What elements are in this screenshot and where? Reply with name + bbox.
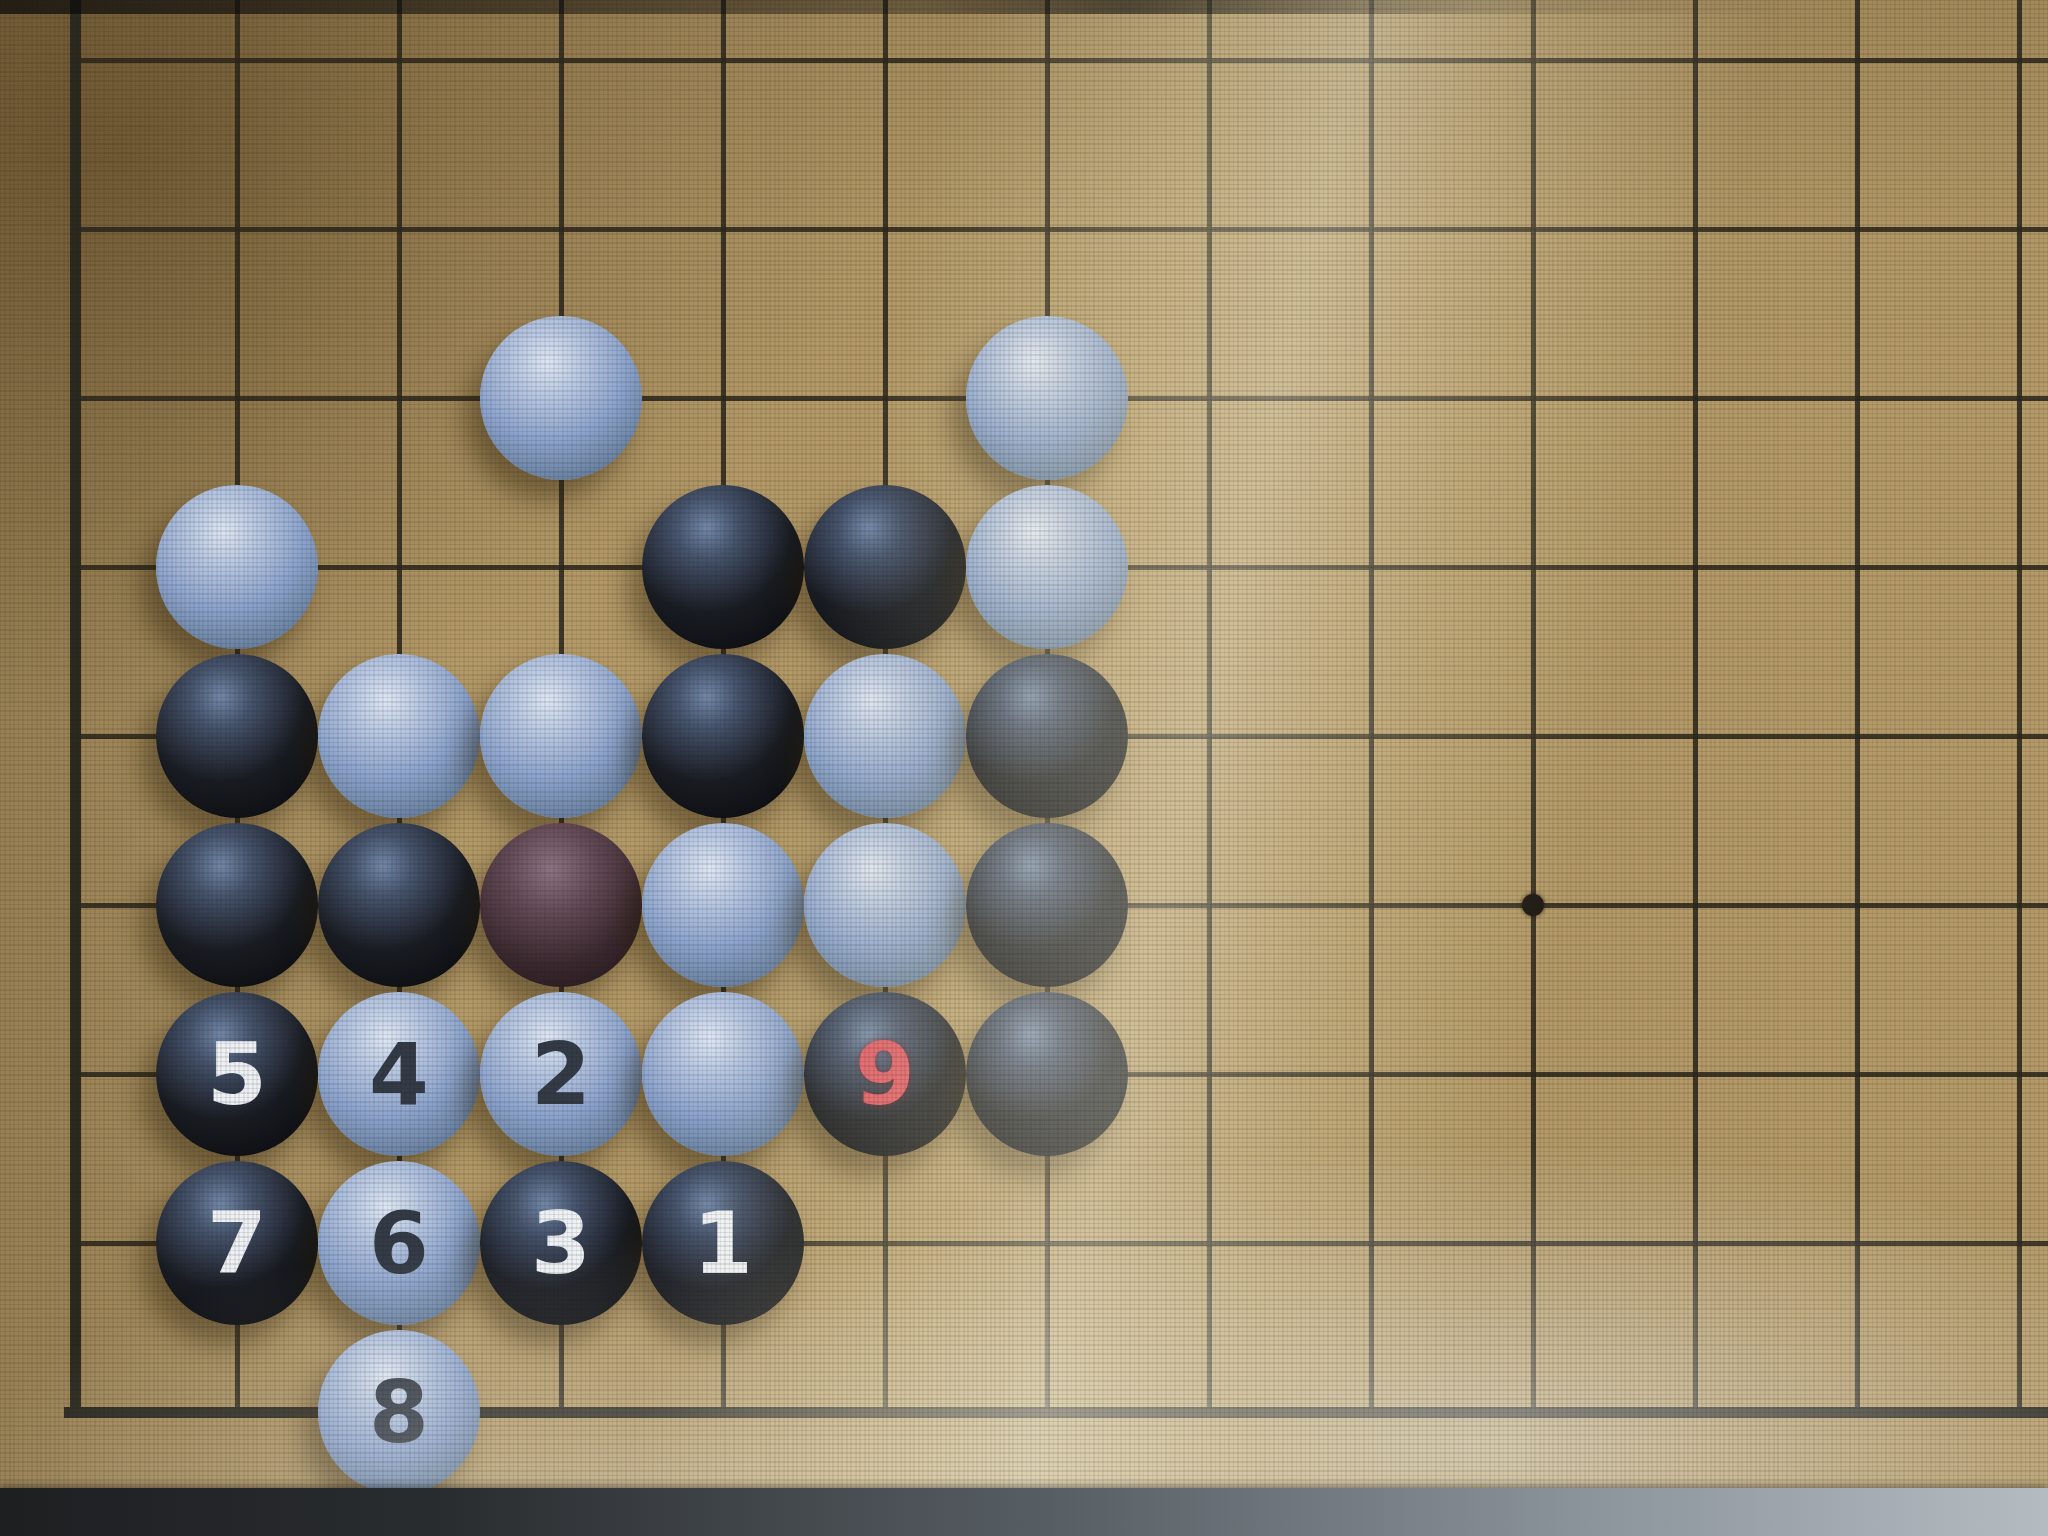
stone-white-move-4[interactable]: 4 [318, 992, 480, 1156]
board-intersection[interactable] [480, 651, 642, 820]
stone-white[interactable] [480, 316, 642, 480]
board-intersection[interactable]: 8 [318, 1327, 480, 1496]
board-intersection[interactable]: 4 [318, 989, 480, 1158]
board-intersection[interactable] [966, 651, 1128, 820]
board-intersection[interactable]: 1 [642, 1158, 804, 1327]
screen-photo: 542976318 [0, 0, 2048, 1536]
stone-black-move-5[interactable]: 5 [156, 992, 318, 1156]
board-intersection[interactable] [966, 313, 1128, 482]
stone-white-move-8[interactable]: 8 [318, 1330, 480, 1494]
stone-black[interactable] [804, 485, 966, 649]
stone-white-move-6[interactable]: 6 [318, 1161, 480, 1325]
stone-black-move-3[interactable]: 3 [480, 1161, 642, 1325]
stone-black[interactable] [318, 823, 480, 987]
board-intersection[interactable] [480, 820, 642, 989]
go-board[interactable]: 542976318 [0, 0, 2048, 1496]
stone-white[interactable] [966, 316, 1128, 480]
board-intersection[interactable] [642, 482, 804, 651]
board-intersection[interactable] [318, 820, 480, 989]
stone-white[interactable] [156, 485, 318, 649]
move-number-label: 2 [531, 1031, 591, 1117]
move-number-label: 3 [531, 1200, 591, 1286]
stone-white[interactable] [804, 654, 966, 818]
stone-black-move-9[interactable]: 9 [804, 992, 966, 1156]
screen-bezel [0, 1488, 2048, 1536]
board-intersection[interactable] [966, 989, 1128, 1158]
stone-black[interactable] [642, 654, 804, 818]
board-intersection[interactable]: 9 [804, 989, 966, 1158]
stone-black[interactable] [156, 654, 318, 818]
move-number-label: 1 [693, 1200, 753, 1286]
stone-brown[interactable] [480, 823, 642, 987]
stone-black[interactable] [966, 992, 1128, 1156]
stone-white[interactable] [966, 485, 1128, 649]
board-intersection[interactable] [642, 651, 804, 820]
move-number-label: 6 [369, 1200, 429, 1286]
board-intersection[interactable] [642, 989, 804, 1158]
move-number-label: 7 [207, 1200, 267, 1286]
stone-white-move-2[interactable]: 2 [480, 992, 642, 1156]
board-intersection[interactable] [642, 820, 804, 989]
stone-black[interactable] [642, 485, 804, 649]
stone-white[interactable] [318, 654, 480, 818]
board-intersection[interactable] [156, 482, 318, 651]
board-intersection[interactable] [156, 820, 318, 989]
board-intersection[interactable] [156, 651, 318, 820]
board-intersection[interactable] [966, 482, 1128, 651]
stone-black[interactable] [156, 823, 318, 987]
board-intersection[interactable]: 2 [480, 989, 642, 1158]
board-intersection[interactable] [804, 820, 966, 989]
board-intersection[interactable] [318, 651, 480, 820]
board-intersection[interactable] [804, 482, 966, 651]
board-intersection[interactable]: 5 [156, 989, 318, 1158]
stone-black[interactable] [966, 654, 1128, 818]
board-intersection[interactable] [966, 820, 1128, 989]
stone-black-move-7[interactable]: 7 [156, 1161, 318, 1325]
board-intersection[interactable] [804, 651, 966, 820]
stone-white[interactable] [642, 992, 804, 1156]
board-intersection[interactable]: 7 [156, 1158, 318, 1327]
move-number-label: 4 [369, 1031, 429, 1117]
stone-black[interactable] [966, 823, 1128, 987]
stone-white[interactable] [804, 823, 966, 987]
move-number-label: 5 [207, 1031, 267, 1117]
stone-white[interactable] [480, 654, 642, 818]
stone-black-move-1[interactable]: 1 [642, 1161, 804, 1325]
move-number-label: 8 [369, 1369, 429, 1455]
board-intersection[interactable]: 3 [480, 1158, 642, 1327]
move-number-label: 9 [855, 1031, 915, 1117]
board-intersection[interactable]: 6 [318, 1158, 480, 1327]
stone-white[interactable] [642, 823, 804, 987]
board-intersection[interactable] [480, 313, 642, 482]
